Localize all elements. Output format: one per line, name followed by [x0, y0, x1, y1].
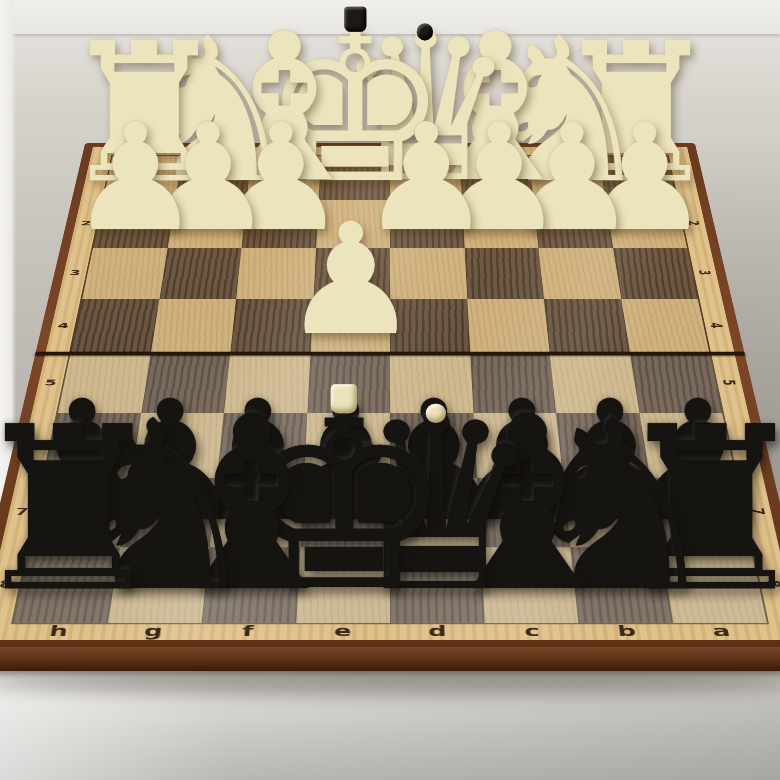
rank-label-right-wrap-5: 5 [717, 378, 741, 388]
rank-label-right-4: 4 [706, 323, 727, 328]
square-f3 [236, 248, 316, 299]
file-label-h: h [48, 623, 70, 640]
rank-label-left-8: 8 [0, 577, 20, 590]
square-b7 [563, 477, 661, 547]
square-b3 [538, 248, 620, 299]
square-f6 [217, 413, 307, 477]
rank-label-right-8: 8 [762, 580, 780, 587]
square-d2 [390, 200, 464, 248]
square-f4 [230, 299, 313, 354]
square-c5 [470, 354, 556, 413]
rank-label-right-5: 5 [718, 380, 740, 386]
square-a6 [639, 413, 736, 477]
rank-label-right-2: 2 [684, 221, 703, 226]
square-a3 [613, 248, 698, 299]
rank-label-left-4: 4 [52, 321, 75, 330]
square-h1 [103, 156, 182, 200]
square-e2 [316, 200, 390, 248]
file-label-c: c [524, 623, 541, 640]
square-a1 [598, 156, 677, 200]
square-g5 [141, 354, 230, 413]
square-g8 [107, 547, 209, 623]
file-label-e: e [334, 623, 352, 640]
chess-board: hgfedcba1234567812345678 [0, 143, 780, 647]
square-c6 [473, 413, 563, 477]
square-d4 [390, 299, 470, 354]
square-e4 [310, 299, 390, 354]
square-b6 [556, 413, 649, 477]
square-f5 [224, 354, 310, 413]
square-d7 [390, 477, 480, 547]
file-label-a: a [711, 623, 732, 640]
square-d8 [390, 547, 484, 623]
file-label-f: f [242, 623, 255, 640]
rank-label-right-wrap-3: 3 [694, 268, 716, 277]
square-g3 [159, 248, 241, 299]
rank-label-right-wrap-8: 8 [760, 577, 780, 590]
rank-label-left-2: 2 [75, 219, 97, 227]
square-a8 [661, 547, 767, 623]
square-b5 [550, 354, 639, 413]
square-e6 [304, 413, 390, 477]
square-g4 [150, 299, 236, 354]
rank-label-right-6: 6 [732, 441, 755, 447]
square-d3 [390, 248, 467, 299]
square-h6 [44, 413, 141, 477]
square-h8 [13, 547, 119, 623]
square-c4 [467, 299, 550, 354]
square-f2 [242, 200, 319, 248]
square-e1 [318, 156, 390, 200]
file-label-g: g [143, 623, 164, 640]
square-c1 [459, 156, 533, 200]
rank-label-left-1: 1 [86, 173, 107, 180]
rank-label-right-wrap-4: 4 [705, 321, 728, 330]
square-c2 [462, 200, 539, 248]
square-h5 [58, 354, 151, 413]
square-g7 [119, 477, 217, 547]
square-f8 [202, 547, 300, 623]
square-f1 [247, 156, 321, 200]
square-g6 [131, 413, 224, 477]
square-g2 [167, 200, 246, 248]
square-a2 [605, 200, 687, 248]
rank-label-left-7: 7 [9, 505, 36, 517]
square-b4 [544, 299, 630, 354]
photo-scene: hgfedcba1234567812345678 ♜♞♝♛♚♝♞♜♟♟♟♟♟♟♟… [0, 0, 780, 780]
square-h2 [93, 200, 175, 248]
rank-label-left-3: 3 [64, 268, 86, 277]
square-c3 [464, 248, 544, 299]
square-a4 [621, 299, 710, 354]
square-b2 [533, 200, 612, 248]
board-surface: hgfedcba1234567812345678 [0, 147, 780, 641]
square-b1 [529, 156, 605, 200]
square-f7 [210, 477, 304, 547]
square-h3 [82, 248, 167, 299]
square-h7 [29, 477, 130, 547]
square-c7 [476, 477, 570, 547]
board-hinge-line [35, 352, 745, 356]
square-d5 [390, 354, 473, 413]
file-label-b: b [616, 623, 637, 640]
rank-label-right-wrap-1: 1 [673, 173, 694, 180]
square-d1 [390, 156, 462, 200]
rank-label-right-7: 7 [746, 508, 770, 515]
board-cast-shadow [0, 668, 780, 694]
rank-label-left-6: 6 [24, 439, 49, 450]
rank-label-right-wrap-6: 6 [730, 439, 755, 450]
rank-label-left-5: 5 [38, 378, 62, 388]
square-d6 [390, 413, 476, 477]
square-e7 [300, 477, 390, 547]
square-e3 [313, 248, 390, 299]
square-e5 [307, 354, 390, 413]
rank-label-right-3: 3 [695, 270, 715, 275]
wall-top-strip [0, 0, 780, 34]
square-b8 [570, 547, 672, 623]
square-a5 [630, 354, 723, 413]
file-label-d: d [428, 623, 447, 640]
square-a7 [649, 477, 750, 547]
square-g1 [175, 156, 251, 200]
square-e8 [296, 547, 390, 623]
rank-label-right-wrap-7: 7 [745, 505, 772, 517]
board-grid [11, 155, 769, 624]
square-c8 [480, 547, 578, 623]
rank-label-right-1: 1 [674, 175, 693, 179]
square-h4 [70, 299, 159, 354]
rank-label-right-wrap-2: 2 [683, 219, 705, 227]
